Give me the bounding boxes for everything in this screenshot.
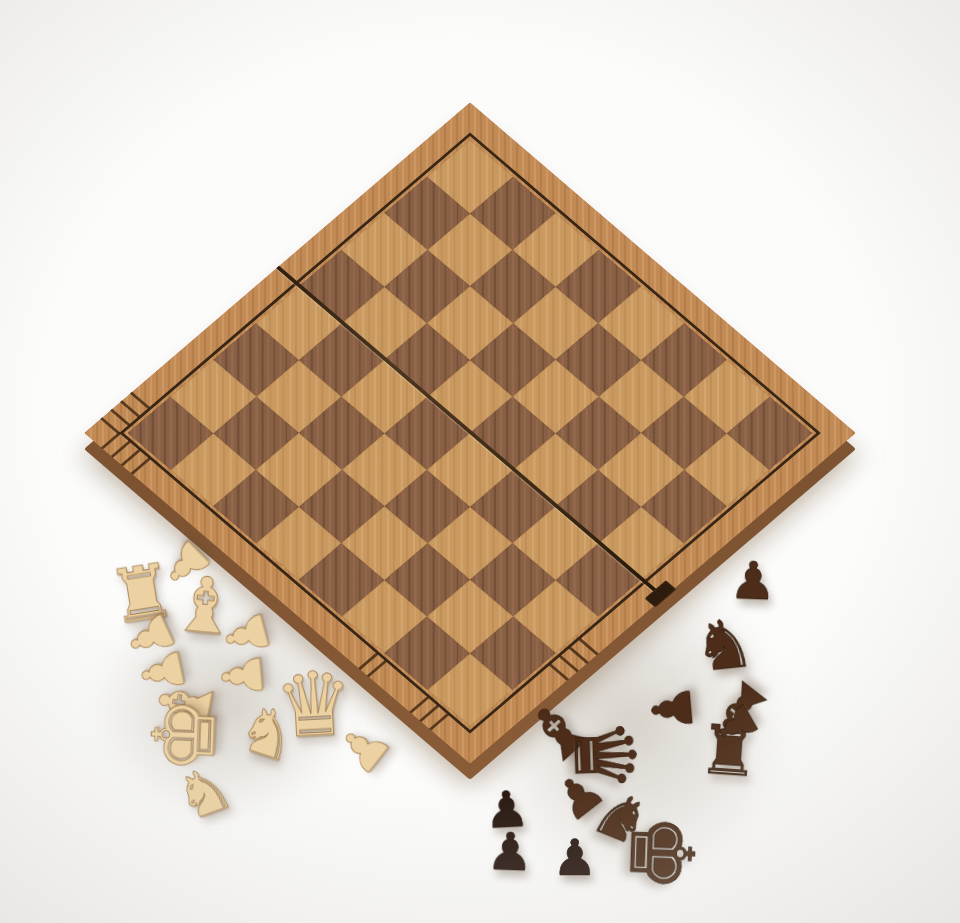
chess-piece-black-pawn-standing: ♟ — [729, 554, 777, 608]
chess-piece-black-pawn-standing: ♟ — [553, 833, 598, 883]
photo-scene: ♜♝♟♟♟♟♟♝♚♛♞♞♟♟♞♝♟♜♝♛♟♟♞♚♟♟♟ — [0, 0, 960, 923]
chess-piece-black-pawn-standing: ♟ — [486, 825, 534, 879]
chess-piece-black-pawn-lying: ♟ — [644, 682, 702, 735]
chess-piece-black-king-lying: ♚ — [616, 812, 707, 894]
scattered-pieces: ♜♝♟♟♟♟♟♝♚♛♞♞♟♟♞♝♟♜♝♛♟♟♞♚♟♟♟ — [0, 0, 960, 923]
chess-piece-white-knight-lying: ♞ — [231, 694, 305, 773]
